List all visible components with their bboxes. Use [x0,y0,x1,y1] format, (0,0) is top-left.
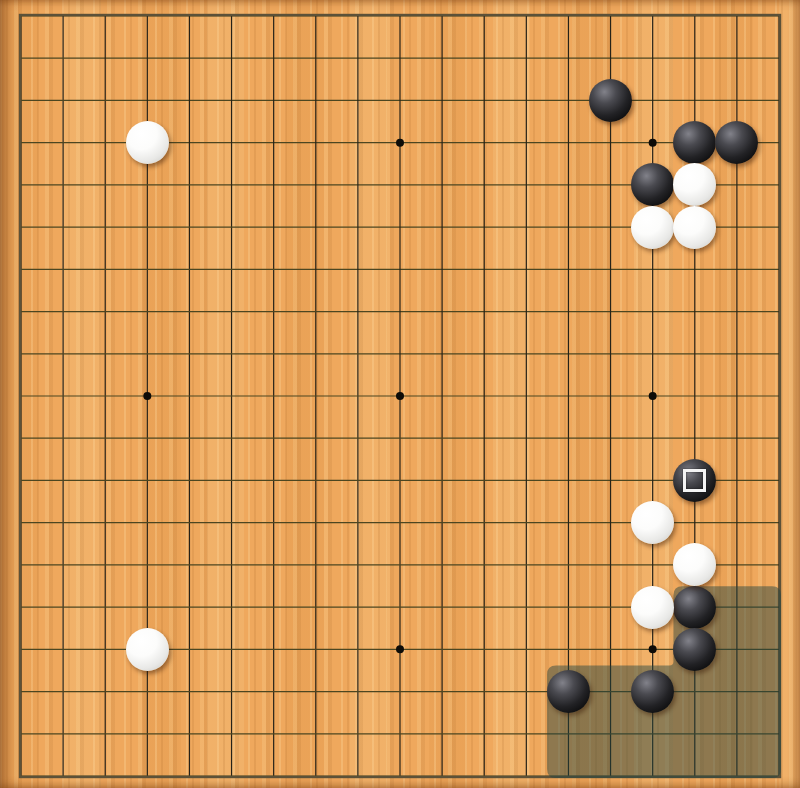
white-stone-R14 [673,206,716,249]
star-point [396,392,404,400]
star-point [396,139,404,147]
black-stone-O3 [547,670,590,713]
black-stone-R5 [673,586,716,629]
white-stone-D16 [126,121,169,164]
star-point [649,392,657,400]
last-move-marker [683,469,706,492]
white-stone-Q5 [631,586,674,629]
white-stone-D4 [126,628,169,671]
star-point [396,645,404,653]
star-point [649,645,657,653]
star-point [143,392,151,400]
go-board[interactable] [0,0,800,788]
black-stone-P17 [589,79,632,122]
black-stone-R4 [673,628,716,671]
white-stone-Q14 [631,206,674,249]
go-board-grid [0,0,800,788]
black-stone-Q3 [631,670,674,713]
star-point [649,139,657,147]
